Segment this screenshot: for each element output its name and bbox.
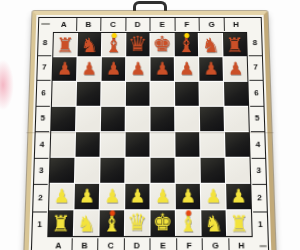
- square-h2[interactable]: ♟: [226, 184, 251, 209]
- square-e4[interactable]: [151, 132, 175, 157]
- square-c4[interactable]: [101, 132, 125, 157]
- black-pawn-icon[interactable]: ♟: [154, 60, 170, 77]
- black-rook-icon[interactable]: ♜: [56, 34, 75, 54]
- white-king-icon[interactable]: ♚: [153, 211, 173, 234]
- square-g5[interactable]: [200, 107, 224, 131]
- square-e3[interactable]: [151, 158, 175, 183]
- square-f7[interactable]: ♟: [175, 57, 199, 81]
- square-c8[interactable]: ♝: [102, 33, 125, 56]
- white-pawn-icon[interactable]: ♟: [79, 187, 95, 206]
- white-knight-icon[interactable]: ♞: [204, 212, 223, 234]
- white-pawn-icon[interactable]: ♟: [53, 187, 70, 206]
- brand-mark-bottom-right: [254, 238, 268, 250]
- rank-label-1: 1: [32, 211, 47, 238]
- square-c5[interactable]: [101, 107, 125, 131]
- rank-label-2: 2: [252, 184, 266, 211]
- square-f4[interactable]: [175, 132, 199, 157]
- square-b7[interactable]: ♟: [77, 57, 101, 81]
- square-f5[interactable]: [175, 107, 199, 131]
- rank-label-7: 7: [37, 55, 51, 80]
- square-d1[interactable]: ♛: [125, 210, 149, 236]
- black-pawn-icon[interactable]: ♟: [81, 60, 97, 77]
- square-g4[interactable]: [200, 132, 224, 157]
- rank-label-3: 3: [252, 157, 266, 184]
- black-knight-icon[interactable]: ♞: [201, 34, 219, 54]
- rank-label-6: 6: [37, 80, 51, 105]
- brand-mark-top-left: [39, 18, 52, 31]
- square-f1[interactable]: ♝: [176, 210, 201, 236]
- square-g7[interactable]: ♟: [199, 57, 223, 81]
- brand-mark: [259, 245, 267, 247]
- brand-mark: [41, 23, 50, 25]
- white-queen-icon[interactable]: ♛: [127, 211, 147, 234]
- square-c1[interactable]: ♝: [99, 210, 124, 236]
- file-label-a: A: [52, 18, 76, 31]
- square-a8[interactable]: ♜: [53, 33, 77, 56]
- pink-smudge: [0, 50, 18, 120]
- square-h8[interactable]: ♜: [223, 33, 247, 56]
- square-g1[interactable]: ♞: [201, 210, 226, 236]
- file-label-d: D: [125, 18, 150, 31]
- square-d7[interactable]: ♟: [126, 57, 149, 81]
- square-g6[interactable]: [199, 82, 223, 106]
- rank-label-7: 7: [249, 55, 263, 80]
- file-label-f: F: [176, 238, 202, 250]
- black-king-icon[interactable]: ♚: [153, 34, 172, 55]
- square-b3[interactable]: [75, 158, 99, 183]
- square-g2[interactable]: ♟: [201, 184, 226, 209]
- rank-label-5: 5: [250, 105, 264, 131]
- square-a6[interactable]: [52, 82, 76, 106]
- board-grid: ♜♞♝♛♚♝♞♜♟♟♟♟♟♟♟♟♟♟♟♟♟♟♟♟♜♞♝♛♚♝♞♜: [47, 32, 252, 237]
- square-g8[interactable]: ♞: [199, 33, 223, 56]
- black-knight-icon[interactable]: ♞: [80, 34, 98, 54]
- black-pawn-icon[interactable]: ♟: [106, 60, 122, 77]
- square-f2[interactable]: ♟: [176, 184, 200, 209]
- file-label-a: A: [46, 238, 71, 250]
- file-label-b: B: [76, 18, 101, 31]
- file-label-h: H: [223, 18, 248, 31]
- rank-label-8: 8: [248, 31, 262, 55]
- square-e6[interactable]: [151, 82, 175, 106]
- square-h7[interactable]: ♟: [223, 57, 247, 81]
- square-f8[interactable]: ♝: [175, 33, 198, 56]
- square-g3[interactable]: [201, 158, 225, 183]
- black-pawn-icon[interactable]: ♟: [57, 60, 73, 77]
- square-b4[interactable]: [76, 132, 100, 157]
- file-label-c: C: [97, 238, 123, 250]
- white-rook-icon[interactable]: ♜: [51, 212, 71, 234]
- rank-label-4: 4: [251, 131, 265, 157]
- square-h6[interactable]: [224, 82, 248, 106]
- square-a5[interactable]: [51, 107, 75, 131]
- black-pawn-icon[interactable]: ♟: [130, 60, 146, 77]
- file-label-e: E: [149, 238, 175, 250]
- black-pawn-icon[interactable]: ♟: [227, 60, 243, 77]
- rank-label-3: 3: [34, 157, 48, 184]
- square-d2[interactable]: ♟: [125, 184, 149, 209]
- square-d5[interactable]: [126, 107, 150, 131]
- margin-corner-bottom-left: [32, 238, 46, 250]
- margin-corner-top-right: [248, 18, 261, 31]
- black-pawn-icon[interactable]: ♟: [179, 60, 195, 77]
- square-a3[interactable]: [50, 158, 75, 183]
- square-e2[interactable]: ♟: [151, 184, 175, 209]
- rank-label-6: 6: [249, 80, 263, 105]
- bishop-tip-marker: [111, 33, 116, 38]
- black-queen-icon[interactable]: ♛: [128, 34, 147, 55]
- square-b8[interactable]: ♞: [78, 33, 102, 56]
- file-label-c: C: [100, 18, 125, 31]
- file-label-e: E: [149, 18, 174, 31]
- board-perspective-wrap: ABCDEFGH 87654321 ♜♞♝♛♚♝♞♜♟♟♟♟♟♟♟♟♟♟♟♟♟♟…: [24, 11, 276, 250]
- black-rook-icon[interactable]: ♜: [226, 34, 245, 54]
- bishop-tip-marker: [109, 210, 114, 216]
- square-d3[interactable]: [125, 158, 149, 183]
- file-labels-bottom: ABCDEFGH: [46, 238, 254, 250]
- square-h5[interactable]: [224, 107, 248, 131]
- square-c2[interactable]: ♟: [100, 184, 124, 209]
- file-label-g: G: [202, 238, 228, 250]
- square-c6[interactable]: [101, 82, 125, 106]
- square-c3[interactable]: [100, 158, 124, 183]
- square-d6[interactable]: [126, 82, 150, 106]
- bishop-tip-marker: [184, 33, 189, 38]
- photo-background: ABCDEFGH 87654321 ♜♞♝♛♚♝♞♜♟♟♟♟♟♟♟♟♟♟♟♟♟♟…: [0, 0, 300, 250]
- rank-label-4: 4: [35, 131, 49, 157]
- square-h1[interactable]: ♜: [227, 210, 252, 236]
- rank-label-5: 5: [36, 105, 50, 131]
- file-label-b: B: [71, 238, 97, 250]
- square-a7[interactable]: ♟: [53, 57, 77, 81]
- square-e7[interactable]: ♟: [151, 57, 174, 81]
- square-b2[interactable]: ♟: [74, 184, 99, 209]
- square-a2[interactable]: ♟: [49, 184, 74, 209]
- white-pawn-icon[interactable]: ♟: [205, 187, 221, 206]
- white-pawn-icon[interactable]: ♟: [129, 187, 145, 206]
- file-label-g: G: [199, 18, 224, 31]
- square-f3[interactable]: [176, 158, 200, 183]
- white-pawn-icon[interactable]: ♟: [155, 187, 171, 206]
- board-margin: ABCDEFGH 87654321 ♜♞♝♛♚♝♞♜♟♟♟♟♟♟♟♟♟♟♟♟♟♟…: [31, 17, 269, 250]
- square-e1[interactable]: ♚: [151, 210, 175, 236]
- wooden-board-frame: ABCDEFGH 87654321 ♜♞♝♛♚♝♞♜♟♟♟♟♟♟♟♟♟♟♟♟♟♟…: [24, 11, 276, 250]
- file-label-d: D: [123, 238, 149, 250]
- square-a4[interactable]: [51, 132, 75, 157]
- square-a1[interactable]: ♜: [48, 210, 73, 236]
- rank-label-8: 8: [38, 31, 52, 55]
- fold-seam: [26, 132, 273, 133]
- square-h4[interactable]: [225, 132, 249, 157]
- square-d4[interactable]: [126, 132, 150, 157]
- file-labels-top: ABCDEFGH: [52, 18, 248, 31]
- white-rook-icon[interactable]: ♜: [229, 212, 249, 234]
- rank-label-1: 1: [253, 211, 268, 238]
- square-f6[interactable]: [175, 82, 199, 106]
- square-e5[interactable]: [151, 107, 175, 131]
- square-b1[interactable]: ♞: [74, 210, 99, 236]
- square-e8[interactable]: ♚: [151, 33, 174, 56]
- white-pawn-icon[interactable]: ♟: [230, 187, 247, 206]
- white-pawn-icon[interactable]: ♟: [104, 187, 120, 206]
- square-h3[interactable]: [226, 158, 251, 183]
- square-b5[interactable]: [76, 107, 100, 131]
- file-label-f: F: [174, 18, 199, 31]
- bishop-tip-marker: [185, 210, 190, 216]
- square-d8[interactable]: ♛: [126, 33, 149, 56]
- white-pawn-icon[interactable]: ♟: [180, 187, 196, 206]
- black-pawn-icon[interactable]: ♟: [203, 60, 219, 77]
- rank-label-2: 2: [33, 184, 47, 211]
- square-c7[interactable]: ♟: [102, 57, 126, 81]
- square-b6[interactable]: [77, 82, 101, 106]
- file-label-h: H: [228, 238, 254, 250]
- white-knight-icon[interactable]: ♞: [77, 212, 96, 234]
